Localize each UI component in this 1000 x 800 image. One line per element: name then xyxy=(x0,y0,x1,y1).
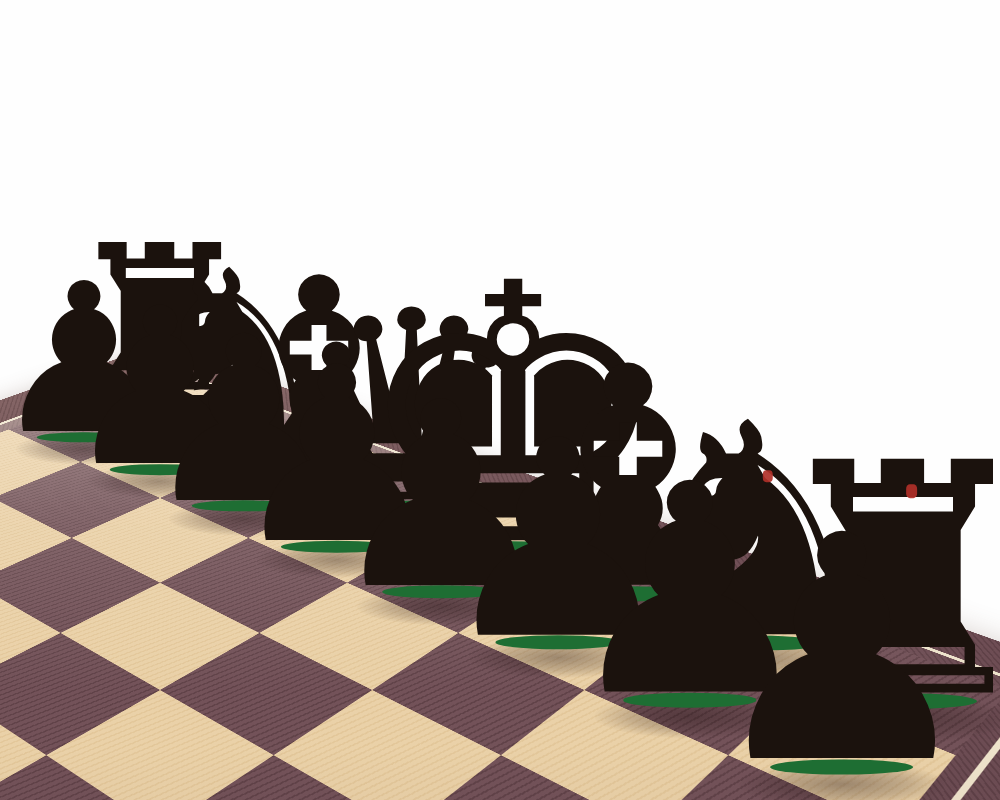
piece-black-pawn-h7[interactable]: ♟ xyxy=(703,495,982,800)
photo-stage: ♜♞♝♛♚♝♞♜♟♟♟♟♟♟♟♟ xyxy=(0,0,1000,800)
pawn-glyph: ♟ xyxy=(703,495,982,800)
